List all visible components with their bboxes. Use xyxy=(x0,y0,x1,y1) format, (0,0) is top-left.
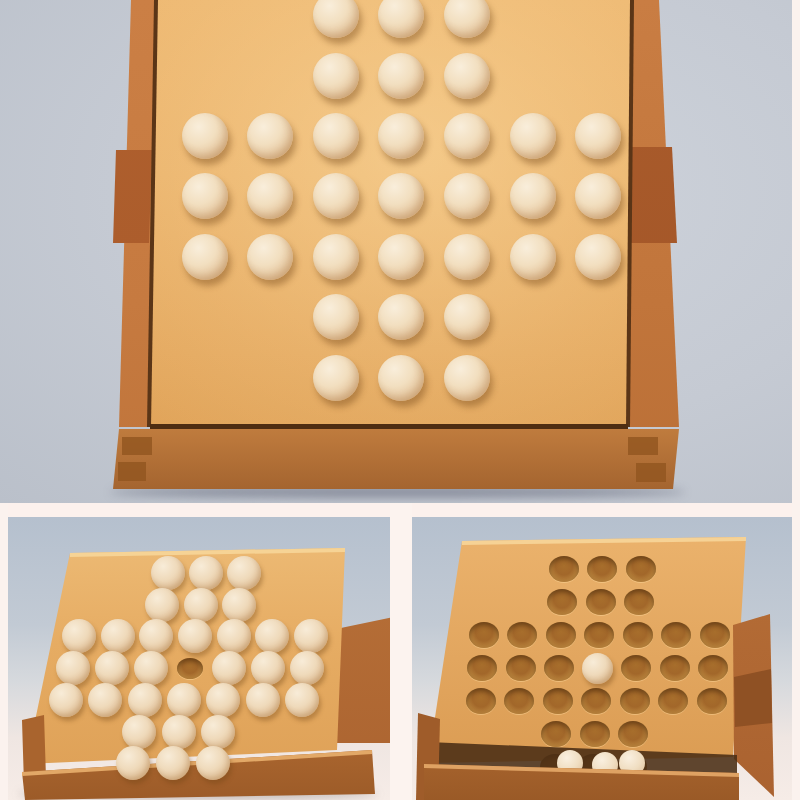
board-cell xyxy=(565,287,631,347)
marble-peg[interactable] xyxy=(49,683,83,717)
solitaire-board-top xyxy=(172,0,631,408)
marble-peg[interactable] xyxy=(444,294,490,340)
board-cell xyxy=(369,0,435,45)
board-cell xyxy=(238,348,304,408)
board-cell xyxy=(369,45,435,105)
marble-peg[interactable] xyxy=(101,619,135,653)
board-cell xyxy=(565,45,631,105)
marble-peg[interactable] xyxy=(184,588,218,622)
board-cell xyxy=(172,287,238,347)
board-cell xyxy=(434,45,500,105)
marble-peg[interactable] xyxy=(510,173,556,219)
board-cell xyxy=(500,287,566,347)
board-cell xyxy=(500,166,566,226)
marble-peg[interactable] xyxy=(222,588,256,622)
board-cell xyxy=(172,166,238,226)
empty-hole[interactable] xyxy=(506,655,536,681)
marble-peg[interactable] xyxy=(247,113,293,159)
marble-peg[interactable] xyxy=(313,53,359,99)
empty-hole[interactable] xyxy=(586,589,616,615)
marble-peg[interactable] xyxy=(217,619,251,653)
board-cell xyxy=(434,0,500,45)
board-cell xyxy=(434,348,500,408)
board-cell xyxy=(238,0,304,45)
empty-hole[interactable] xyxy=(549,556,579,582)
board-cell xyxy=(238,106,304,166)
board-cell xyxy=(238,166,304,226)
dovetail-joint xyxy=(636,463,666,482)
board-cell xyxy=(172,0,238,45)
product-photo-collage xyxy=(0,0,800,800)
empty-hole[interactable] xyxy=(621,655,651,681)
marble-peg[interactable] xyxy=(313,0,359,38)
board-cell xyxy=(500,348,566,408)
marble-peg[interactable] xyxy=(444,113,490,159)
marble-peg[interactable] xyxy=(247,173,293,219)
marble-peg[interactable] xyxy=(575,234,621,280)
board-cell xyxy=(434,287,500,347)
board-cell xyxy=(500,106,566,166)
dovetail-joint xyxy=(122,437,152,455)
marble-peg[interactable] xyxy=(313,355,359,401)
marble-peg[interactable] xyxy=(444,234,490,280)
empty-hole[interactable] xyxy=(541,721,571,747)
board-cell xyxy=(369,348,435,408)
board-cell xyxy=(565,227,631,287)
marble-peg[interactable] xyxy=(182,113,228,159)
marble-peg[interactable] xyxy=(290,651,324,685)
marble-peg[interactable] xyxy=(182,173,228,219)
marble-peg[interactable] xyxy=(378,0,424,38)
empty-hole[interactable] xyxy=(697,688,727,714)
marble-peg[interactable] xyxy=(510,234,556,280)
board-cell xyxy=(500,0,566,45)
photo-bottom-right-end-position xyxy=(412,517,792,800)
empty-hole[interactable] xyxy=(544,655,574,681)
board-cell xyxy=(172,45,238,105)
empty-hole[interactable] xyxy=(623,622,653,648)
board-cell xyxy=(238,287,304,347)
board-cell xyxy=(303,45,369,105)
board-cell xyxy=(565,166,631,226)
marble-peg[interactable] xyxy=(212,651,246,685)
board-cell xyxy=(303,0,369,45)
photo-top-overhead xyxy=(0,0,800,503)
empty-hole[interactable] xyxy=(467,655,497,681)
marble-peg[interactable] xyxy=(444,173,490,219)
empty-hole[interactable] xyxy=(177,658,203,679)
marble-peg[interactable] xyxy=(285,683,319,717)
board-cell xyxy=(172,348,238,408)
board-cell xyxy=(303,287,369,347)
board-cell xyxy=(565,348,631,408)
empty-hole[interactable] xyxy=(547,589,577,615)
board-cell xyxy=(369,166,435,226)
board-cell xyxy=(238,45,304,105)
marble-peg[interactable] xyxy=(582,653,613,684)
marble-peg[interactable] xyxy=(88,683,122,717)
board-cell xyxy=(369,106,435,166)
collage-divider-vertical xyxy=(390,503,412,800)
marble-peg[interactable] xyxy=(95,651,129,685)
board-cell xyxy=(500,227,566,287)
marble-peg[interactable] xyxy=(206,683,240,717)
empty-hole[interactable] xyxy=(660,655,690,681)
board-cell xyxy=(369,287,435,347)
board-cell xyxy=(434,106,500,166)
marble-peg[interactable] xyxy=(378,53,424,99)
board-cell xyxy=(369,227,435,287)
marble-peg[interactable] xyxy=(313,294,359,340)
empty-hole[interactable] xyxy=(658,688,688,714)
board-cell xyxy=(500,45,566,105)
board-cell xyxy=(303,227,369,287)
marble-peg[interactable] xyxy=(156,746,190,780)
empty-hole[interactable] xyxy=(618,721,648,747)
dovetail-joint xyxy=(628,437,658,455)
board-cell xyxy=(238,227,304,287)
marble-peg[interactable] xyxy=(134,651,168,685)
board-cell xyxy=(434,227,500,287)
board-cell xyxy=(303,166,369,226)
marble-peg[interactable] xyxy=(575,113,621,159)
marble-peg[interactable] xyxy=(378,173,424,219)
marble-peg[interactable] xyxy=(294,619,328,653)
marble-peg[interactable] xyxy=(444,0,490,38)
empty-hole[interactable] xyxy=(620,688,650,714)
empty-hole[interactable] xyxy=(626,556,656,582)
marble-peg[interactable] xyxy=(151,556,185,590)
marble-peg[interactable] xyxy=(246,683,280,717)
marble-peg[interactable] xyxy=(444,53,490,99)
marble-peg[interactable] xyxy=(182,234,228,280)
board-cell xyxy=(172,106,238,166)
marble-peg[interactable] xyxy=(510,113,556,159)
marble-peg[interactable] xyxy=(313,173,359,219)
empty-hole[interactable] xyxy=(543,688,573,714)
collage-border-left xyxy=(0,503,8,800)
marble-peg[interactable] xyxy=(378,355,424,401)
empty-hole[interactable] xyxy=(700,622,730,648)
marble-peg[interactable] xyxy=(201,715,235,749)
marble-peg[interactable] xyxy=(162,715,196,749)
board-cell xyxy=(565,106,631,166)
empty-hole[interactable] xyxy=(546,622,576,648)
empty-hole[interactable] xyxy=(466,688,496,714)
marble-peg[interactable] xyxy=(251,651,285,685)
marble-peg[interactable] xyxy=(313,113,359,159)
marble-peg[interactable] xyxy=(122,715,156,749)
board-cell xyxy=(303,106,369,166)
marble-peg[interactable] xyxy=(128,683,162,717)
empty-hole[interactable] xyxy=(661,622,691,648)
board-cell xyxy=(565,0,631,45)
board-cell xyxy=(172,227,238,287)
marble-peg[interactable] xyxy=(116,746,150,780)
marble-peg[interactable] xyxy=(56,651,90,685)
marble-peg[interactable] xyxy=(227,556,261,590)
empty-hole[interactable] xyxy=(584,622,614,648)
empty-hole[interactable] xyxy=(581,688,611,714)
marble-peg[interactable] xyxy=(378,113,424,159)
marble-peg[interactable] xyxy=(189,556,223,590)
empty-hole[interactable] xyxy=(504,688,534,714)
photo-bottom-left-start-position xyxy=(8,517,390,800)
marble-peg[interactable] xyxy=(575,173,621,219)
marble-peg[interactable] xyxy=(167,683,201,717)
marble-peg[interactable] xyxy=(378,234,424,280)
empty-hole[interactable] xyxy=(469,622,499,648)
marble-peg[interactable] xyxy=(444,355,490,401)
empty-hole[interactable] xyxy=(624,589,654,615)
board-cell xyxy=(434,166,500,226)
empty-hole[interactable] xyxy=(587,556,617,582)
board-cell xyxy=(303,348,369,408)
marble-peg[interactable] xyxy=(247,234,293,280)
marble-peg[interactable] xyxy=(378,294,424,340)
empty-hole[interactable] xyxy=(580,721,610,747)
dovetail-joint xyxy=(118,462,146,481)
marble-peg[interactable] xyxy=(313,234,359,280)
empty-hole[interactable] xyxy=(507,622,537,648)
collage-border-right xyxy=(792,0,800,800)
empty-hole[interactable] xyxy=(698,655,728,681)
marble-peg[interactable] xyxy=(145,588,179,622)
